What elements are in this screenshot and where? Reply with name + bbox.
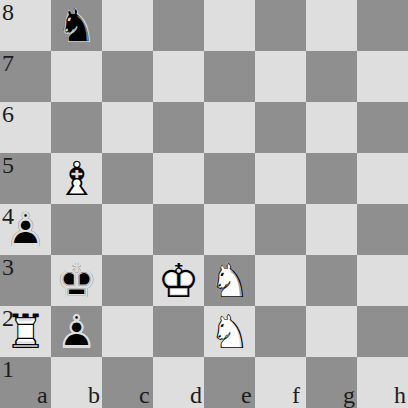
square-a8[interactable] xyxy=(0,0,51,51)
rook-outline-glyph: ♖ xyxy=(0,306,51,357)
square-c2[interactable] xyxy=(102,306,153,357)
square-g8[interactable] xyxy=(306,0,357,51)
white-rook[interactable]: ♜♖ xyxy=(0,306,51,357)
square-f2[interactable] xyxy=(255,306,306,357)
square-d1[interactable] xyxy=(153,357,204,408)
square-f4[interactable] xyxy=(255,204,306,255)
square-h8[interactable] xyxy=(357,0,408,51)
square-h7[interactable] xyxy=(357,51,408,102)
white-king[interactable]: ♚♔ xyxy=(153,255,204,306)
square-d7[interactable] xyxy=(153,51,204,102)
square-g7[interactable] xyxy=(306,51,357,102)
square-b8[interactable]: ♞♘ xyxy=(51,0,102,51)
square-d6[interactable] xyxy=(153,102,204,153)
square-e5[interactable] xyxy=(204,153,255,204)
king-outline-glyph: ♔ xyxy=(153,255,204,306)
square-f5[interactable] xyxy=(255,153,306,204)
square-e3[interactable]: ♞♘ xyxy=(204,255,255,306)
square-h2[interactable] xyxy=(357,306,408,357)
square-d2[interactable] xyxy=(153,306,204,357)
square-a5[interactable] xyxy=(0,153,51,204)
white-bishop[interactable]: ♝♗ xyxy=(51,153,102,204)
square-h6[interactable] xyxy=(357,102,408,153)
square-h3[interactable] xyxy=(357,255,408,306)
square-g6[interactable] xyxy=(306,102,357,153)
square-f8[interactable] xyxy=(255,0,306,51)
square-g2[interactable] xyxy=(306,306,357,357)
square-f7[interactable] xyxy=(255,51,306,102)
square-c7[interactable] xyxy=(102,51,153,102)
square-b5[interactable]: ♝♗ xyxy=(51,153,102,204)
square-e2[interactable]: ♞♘ xyxy=(204,306,255,357)
square-c3[interactable] xyxy=(102,255,153,306)
square-e7[interactable] xyxy=(204,51,255,102)
square-b6[interactable] xyxy=(51,102,102,153)
square-d5[interactable] xyxy=(153,153,204,204)
square-c8[interactable] xyxy=(102,0,153,51)
knight-outline-glyph: ♘ xyxy=(51,0,102,51)
square-e1[interactable] xyxy=(204,357,255,408)
pawn-outline-glyph: ♙ xyxy=(51,306,102,357)
square-e6[interactable] xyxy=(204,102,255,153)
square-c6[interactable] xyxy=(102,102,153,153)
square-b4[interactable] xyxy=(51,204,102,255)
square-f6[interactable] xyxy=(255,102,306,153)
square-g1[interactable] xyxy=(306,357,357,408)
chess-board: ♞♘♝♗♟♙♚♔♚♔♞♘♜♖♟♙♞♘87654321abcdefgh xyxy=(0,0,408,408)
bishop-outline-glyph: ♗ xyxy=(51,153,102,204)
square-a4[interactable]: ♟♙ xyxy=(0,204,51,255)
square-c5[interactable] xyxy=(102,153,153,204)
square-h5[interactable] xyxy=(357,153,408,204)
square-h1[interactable] xyxy=(357,357,408,408)
square-h4[interactable] xyxy=(357,204,408,255)
square-a7[interactable] xyxy=(0,51,51,102)
square-d8[interactable] xyxy=(153,0,204,51)
square-a3[interactable] xyxy=(0,255,51,306)
knight-outline-glyph: ♘ xyxy=(204,255,255,306)
square-g3[interactable] xyxy=(306,255,357,306)
black-pawn[interactable]: ♟♙ xyxy=(0,204,51,255)
square-d3[interactable]: ♚♔ xyxy=(153,255,204,306)
square-c4[interactable] xyxy=(102,204,153,255)
white-knight[interactable]: ♞♘ xyxy=(204,255,255,306)
square-b3[interactable]: ♚♔ xyxy=(51,255,102,306)
square-b2[interactable]: ♟♙ xyxy=(51,306,102,357)
square-e8[interactable] xyxy=(204,0,255,51)
square-f1[interactable] xyxy=(255,357,306,408)
square-b1[interactable] xyxy=(51,357,102,408)
king-outline-glyph: ♔ xyxy=(51,255,102,306)
square-b7[interactable] xyxy=(51,51,102,102)
square-a2[interactable]: ♜♖ xyxy=(0,306,51,357)
square-g5[interactable] xyxy=(306,153,357,204)
pawn-outline-glyph: ♙ xyxy=(0,204,51,255)
black-king[interactable]: ♚♔ xyxy=(51,255,102,306)
square-g4[interactable] xyxy=(306,204,357,255)
square-a1[interactable] xyxy=(0,357,51,408)
white-knight[interactable]: ♞♘ xyxy=(204,306,255,357)
square-f3[interactable] xyxy=(255,255,306,306)
square-a6[interactable] xyxy=(0,102,51,153)
square-d4[interactable] xyxy=(153,204,204,255)
black-knight[interactable]: ♞♘ xyxy=(51,0,102,51)
square-c1[interactable] xyxy=(102,357,153,408)
knight-outline-glyph: ♘ xyxy=(204,306,255,357)
black-pawn[interactable]: ♟♙ xyxy=(51,306,102,357)
square-e4[interactable] xyxy=(204,204,255,255)
